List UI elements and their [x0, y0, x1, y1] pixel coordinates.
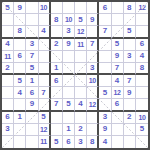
given-digit: 2 — [54, 40, 58, 48]
given-digit: 5 — [5, 4, 9, 12]
cell-r7c9[interactable] — [99, 75, 111, 87]
given-digit: 5 — [66, 100, 70, 108]
given-digit: 5 — [127, 27, 131, 35]
cell-r9c9[interactable] — [99, 99, 111, 111]
given-digit: 7 — [41, 89, 45, 97]
cell-r8c7[interactable] — [75, 87, 87, 99]
given-digit: 4 — [103, 138, 107, 146]
cell-r9c10[interactable]: 6 — [112, 99, 124, 111]
cell-r7c11[interactable]: 7 — [124, 75, 136, 87]
cell-r10c11[interactable]: 2 — [124, 112, 136, 124]
given-digit: 6 — [103, 4, 107, 12]
sudoku-grid: 5910681281059843127543291175611679342513… — [0, 0, 150, 150]
cell-r6c8[interactable]: 3 — [87, 63, 99, 75]
cell-r2c5[interactable]: 8 — [51, 14, 63, 26]
cell-r5c4[interactable] — [39, 51, 51, 63]
given-digit: 3 — [30, 40, 34, 48]
cell-r11c12[interactable]: 5 — [136, 124, 148, 136]
cell-r4c9[interactable] — [99, 39, 111, 51]
given-digit: 8 — [140, 64, 144, 72]
given-digit: 12 — [77, 28, 84, 35]
cell-r7c7[interactable] — [75, 75, 87, 87]
given-digit: 7 — [54, 100, 58, 108]
cell-r5c8[interactable] — [87, 51, 99, 63]
cell-r6c6[interactable] — [63, 63, 75, 75]
given-digit: 9 — [30, 100, 34, 108]
cell-r4c1[interactable]: 4 — [2, 39, 14, 51]
cell-r7c10[interactable]: 4 — [112, 75, 124, 87]
given-digit: 7 — [127, 77, 131, 85]
cell-r10c9[interactable]: 3 — [99, 112, 111, 124]
cell-r11c9[interactable]: 9 — [99, 124, 111, 136]
cell-r10c10[interactable] — [112, 112, 124, 124]
cell-r1c2[interactable]: 9 — [14, 2, 26, 14]
cell-r1c11[interactable]: 8 — [124, 2, 136, 14]
cell-r4c4[interactable] — [39, 39, 51, 51]
given-digit: 2 — [127, 113, 131, 121]
cell-r2c8[interactable]: 9 — [87, 14, 99, 26]
cell-r2c11[interactable] — [124, 14, 136, 26]
cell-r9c5[interactable]: 7 — [51, 99, 63, 111]
cell-r8c6[interactable] — [63, 87, 75, 99]
given-digit: 4 — [5, 40, 9, 48]
cell-r6c1[interactable]: 2 — [2, 63, 14, 75]
cell-r5c6[interactable] — [63, 51, 75, 63]
cell-r6c3[interactable]: 5 — [26, 63, 38, 75]
cell-r12c2[interactable] — [14, 136, 26, 148]
cell-r11c4[interactable]: 12 — [39, 124, 51, 136]
cell-r7c6[interactable] — [63, 75, 75, 87]
given-digit: 9 — [127, 89, 131, 97]
cell-r4c8[interactable]: 7 — [87, 39, 99, 51]
given-digit: 5 — [103, 89, 107, 97]
cell-r12c11[interactable] — [124, 136, 136, 148]
given-digit: 4 — [41, 27, 45, 35]
cell-r8c9[interactable]: 5 — [99, 87, 111, 99]
given-digit: 4 — [140, 52, 144, 60]
cell-r3c5[interactable] — [51, 26, 63, 38]
cell-r1c7[interactable] — [75, 2, 87, 14]
given-digit: 3 — [78, 138, 82, 146]
given-digit: 5 — [115, 40, 119, 48]
cell-r3c4[interactable]: 4 — [39, 26, 51, 38]
given-digit: 12 — [40, 126, 47, 133]
cell-r10c4[interactable]: 5 — [39, 112, 51, 124]
cell-r4c5[interactable]: 2 — [51, 39, 63, 51]
cell-r9c4[interactable] — [39, 99, 51, 111]
cell-r11c5[interactable] — [51, 124, 63, 136]
cell-r9c2[interactable] — [14, 99, 26, 111]
cell-r8c2[interactable]: 4 — [14, 87, 26, 99]
given-digit: 4 — [115, 77, 119, 85]
cell-r5c9[interactable] — [99, 51, 111, 63]
given-digit: 8 — [127, 4, 131, 12]
cell-r6c7[interactable] — [75, 63, 87, 75]
cell-r12c5[interactable]: 5 — [51, 136, 63, 148]
cell-r9c3[interactable]: 9 — [26, 99, 38, 111]
given-digit: 1 — [18, 113, 22, 121]
given-digit: 6 — [115, 100, 119, 108]
cell-r10c3[interactable] — [26, 112, 38, 124]
cell-r7c1[interactable] — [2, 75, 14, 87]
given-digit: 9 — [66, 40, 70, 48]
cell-r1c10[interactable] — [112, 2, 124, 14]
cell-r1c6[interactable] — [63, 2, 75, 14]
cell-r12c8[interactable]: 8 — [87, 136, 99, 148]
cell-r5c10[interactable]: 9 — [112, 51, 124, 63]
given-digit: 4 — [78, 100, 82, 108]
given-digit: 6 — [54, 77, 58, 85]
given-digit: 11 — [4, 53, 11, 60]
cell-r12c6[interactable]: 6 — [63, 136, 75, 148]
cell-r1c1[interactable]: 5 — [2, 2, 14, 14]
cell-r3c8[interactable] — [87, 26, 99, 38]
given-digit: 12 — [89, 101, 96, 108]
cell-r12c4[interactable]: 11 — [39, 136, 51, 148]
given-digit: 5 — [30, 64, 34, 72]
cell-r4c6[interactable]: 9 — [63, 39, 75, 51]
given-digit: 2 — [78, 125, 82, 133]
given-digit: 1 — [30, 77, 34, 85]
cell-r11c7[interactable]: 2 — [75, 124, 87, 136]
cell-r12c9[interactable]: 4 — [99, 136, 111, 148]
cell-r4c2[interactable] — [14, 39, 26, 51]
cell-r7c5[interactable]: 6 — [51, 75, 63, 87]
cell-r10c2[interactable]: 1 — [14, 112, 26, 124]
cell-r3c1[interactable] — [2, 26, 14, 38]
given-digit: 8 — [90, 138, 94, 146]
cell-r10c1[interactable]: 6 — [2, 112, 14, 124]
cell-r5c3[interactable]: 7 — [26, 51, 38, 63]
cell-r4c10[interactable]: 5 — [112, 39, 124, 51]
given-digit: 7 — [115, 64, 119, 72]
cell-r8c5[interactable] — [51, 87, 63, 99]
given-digit: 5 — [18, 77, 22, 85]
cell-r6c11[interactable] — [124, 63, 136, 75]
given-digit: 12 — [138, 4, 145, 11]
cell-r5c11[interactable]: 3 — [124, 51, 136, 63]
cell-r7c2[interactable]: 5 — [14, 75, 26, 87]
given-digit: 10 — [138, 114, 145, 121]
given-digit: 9 — [115, 52, 119, 60]
cell-r3c7[interactable]: 12 — [75, 26, 87, 38]
cell-r8c12[interactable] — [136, 87, 148, 99]
cell-r2c10[interactable] — [112, 14, 124, 26]
cell-r6c9[interactable] — [99, 63, 111, 75]
cell-r12c3[interactable] — [26, 136, 38, 148]
cell-r2c7[interactable]: 5 — [75, 14, 87, 26]
cell-r8c1[interactable] — [2, 87, 14, 99]
given-digit: 8 — [18, 27, 22, 35]
given-digit: 5 — [41, 113, 45, 121]
cell-r3c10[interactable] — [112, 26, 124, 38]
given-digit: 3 — [66, 27, 70, 35]
cell-r3c2[interactable]: 8 — [14, 26, 26, 38]
cell-r2c9[interactable] — [99, 14, 111, 26]
cell-r4c12[interactable]: 6 — [136, 39, 148, 51]
given-digit: 1 — [54, 64, 58, 72]
cell-r11c10[interactable] — [112, 124, 124, 136]
given-digit: 9 — [18, 4, 22, 12]
cell-r3c12[interactable] — [136, 26, 148, 38]
given-digit: 6 — [140, 40, 144, 48]
cell-r12c12[interactable] — [136, 136, 148, 148]
cell-r7c12[interactable] — [136, 75, 148, 87]
cell-r12c10[interactable] — [112, 136, 124, 148]
cell-r8c4[interactable]: 7 — [39, 87, 51, 99]
cell-r2c3[interactable] — [26, 14, 38, 26]
given-digit: 8 — [54, 16, 58, 24]
cell-r4c7[interactable]: 11 — [75, 39, 87, 51]
given-digit: 10 — [65, 16, 72, 23]
cell-r9c12[interactable] — [136, 99, 148, 111]
sudoku-x-board: 5910681281059843127543291175611679342513… — [0, 0, 150, 150]
cell-r7c4[interactable] — [39, 75, 51, 87]
cell-r10c8[interactable] — [87, 112, 99, 124]
given-digit: 10 — [89, 77, 96, 84]
cell-r11c8[interactable] — [87, 124, 99, 136]
cell-r9c6[interactable]: 5 — [63, 99, 75, 111]
cell-r11c2[interactable] — [14, 124, 26, 136]
given-digit: 11 — [40, 138, 47, 145]
cell-r6c10[interactable]: 7 — [112, 63, 124, 75]
cell-r10c12[interactable]: 10 — [136, 112, 148, 124]
given-digit: 7 — [90, 40, 94, 48]
cell-r5c7[interactable] — [75, 51, 87, 63]
cell-r11c3[interactable] — [26, 124, 38, 136]
cell-r7c8[interactable]: 10 — [87, 75, 99, 87]
cell-r6c5[interactable]: 1 — [51, 63, 63, 75]
cell-r7c3[interactable]: 1 — [26, 75, 38, 87]
given-digit: 5 — [54, 138, 58, 146]
given-digit: 7 — [103, 27, 107, 35]
given-digit: 5 — [140, 125, 144, 133]
cell-r12c7[interactable]: 3 — [75, 136, 87, 148]
cell-r1c4[interactable]: 10 — [39, 2, 51, 14]
cell-r2c4[interactable] — [39, 14, 51, 26]
given-digit: 4 — [18, 89, 22, 97]
given-digit: 6 — [5, 113, 9, 121]
cell-r5c2[interactable]: 6 — [14, 51, 26, 63]
given-digit: 10 — [40, 4, 47, 11]
cell-r1c12[interactable]: 12 — [136, 2, 148, 14]
cell-r2c1[interactable] — [2, 14, 14, 26]
given-digit: 6 — [66, 138, 70, 146]
given-digit: 3 — [127, 52, 131, 60]
cell-r8c10[interactable]: 12 — [112, 87, 124, 99]
cell-r4c3[interactable]: 3 — [26, 39, 38, 51]
given-digit: 3 — [5, 125, 9, 133]
given-digit: 7 — [30, 52, 34, 60]
cell-r2c2[interactable] — [14, 14, 26, 26]
cell-r9c11[interactable] — [124, 99, 136, 111]
cell-r9c1[interactable] — [2, 99, 14, 111]
given-digit: 9 — [103, 125, 107, 133]
cell-r9c7[interactable]: 4 — [75, 99, 87, 111]
cell-r6c12[interactable]: 8 — [136, 63, 148, 75]
given-digit: 3 — [103, 113, 107, 121]
given-digit: 11 — [77, 41, 84, 48]
cell-r11c11[interactable] — [124, 124, 136, 136]
cell-r8c8[interactable] — [87, 87, 99, 99]
given-digit: 1 — [66, 125, 70, 133]
given-digit: 9 — [90, 16, 94, 24]
cell-r10c7[interactable] — [75, 112, 87, 124]
cell-r3c9[interactable]: 7 — [99, 26, 111, 38]
cell-r1c8[interactable] — [87, 2, 99, 14]
cell-r8c3[interactable]: 6 — [26, 87, 38, 99]
given-digit: 5 — [78, 16, 82, 24]
cell-r8c11[interactable]: 9 — [124, 87, 136, 99]
cell-r5c12[interactable]: 4 — [136, 51, 148, 63]
given-digit: 12 — [114, 89, 121, 96]
cell-r2c12[interactable] — [136, 14, 148, 26]
cell-r5c1[interactable]: 11 — [2, 51, 14, 63]
cell-r1c3[interactable] — [26, 2, 38, 14]
cell-r10c5[interactable] — [51, 112, 63, 124]
cell-r3c3[interactable] — [26, 26, 38, 38]
cell-r9c8[interactable]: 12 — [87, 99, 99, 111]
cell-r3c6[interactable]: 3 — [63, 26, 75, 38]
cell-r11c6[interactable]: 1 — [63, 124, 75, 136]
cell-r12c1[interactable] — [2, 136, 14, 148]
cell-r1c5[interactable] — [51, 2, 63, 14]
cell-r6c2[interactable] — [14, 63, 26, 75]
cell-r2c6[interactable]: 10 — [63, 14, 75, 26]
cell-r3c11[interactable]: 5 — [124, 26, 136, 38]
given-digit: 3 — [90, 64, 94, 72]
cell-r11c1[interactable]: 3 — [2, 124, 14, 136]
given-digit: 6 — [30, 89, 34, 97]
given-digit: 2 — [5, 64, 9, 72]
cell-r4c11[interactable] — [124, 39, 136, 51]
cell-r5c5[interactable] — [51, 51, 63, 63]
cell-r1c9[interactable]: 6 — [99, 2, 111, 14]
cell-r6c4[interactable] — [39, 63, 51, 75]
given-digit: 6 — [18, 52, 22, 60]
cell-r10c6[interactable] — [63, 112, 75, 124]
